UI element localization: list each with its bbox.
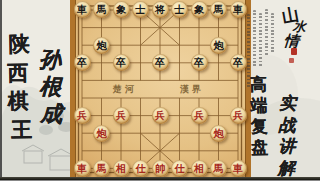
piece-red-soldier[interactable]: 兵 xyxy=(74,107,91,124)
colophon-script xyxy=(253,10,256,68)
board-point[interactable]: 卒 xyxy=(228,54,248,72)
board-point[interactable]: 士 xyxy=(131,1,151,19)
piece-red-advisor[interactable]: 仕 xyxy=(132,160,149,177)
calligraphy-char: 王 xyxy=(11,115,32,144)
board-point[interactable] xyxy=(72,72,92,90)
board-point[interactable]: 車 xyxy=(72,160,92,178)
board-point[interactable]: 炮 xyxy=(209,36,229,54)
piece-red-general[interactable]: 帥 xyxy=(152,160,169,177)
board-point[interactable]: 仕 xyxy=(131,160,151,178)
board-point[interactable] xyxy=(228,89,248,107)
calligraphy-char: 端 xyxy=(250,95,267,116)
board-point[interactable] xyxy=(131,36,151,54)
piece-black-chariot[interactable]: 車 xyxy=(74,1,91,18)
board-point[interactable]: 相 xyxy=(111,160,131,178)
board-point[interactable] xyxy=(150,89,170,107)
board-point[interactable]: 兵 xyxy=(72,107,92,125)
board-point[interactable] xyxy=(170,36,190,54)
colophon-script xyxy=(247,14,250,88)
calligraphy-char: 根 xyxy=(39,73,62,101)
calligraphy-char: 战 xyxy=(279,114,296,136)
board-point[interactable]: 炮 xyxy=(92,124,112,142)
board-point[interactable] xyxy=(228,142,248,160)
board-point[interactable] xyxy=(111,36,131,54)
piece-black-elephant[interactable]: 象 xyxy=(113,1,130,18)
board-point[interactable] xyxy=(228,124,248,142)
board-point[interactable] xyxy=(150,19,170,37)
board-point[interactable]: 車 xyxy=(228,160,248,178)
board-point[interactable] xyxy=(170,107,190,125)
board-point[interactable] xyxy=(209,107,229,125)
board-point[interactable] xyxy=(131,54,151,72)
board-point[interactable] xyxy=(111,124,131,142)
piece-red-soldier[interactable]: 兵 xyxy=(191,107,208,124)
right-text-practical-commentary: 实战讲解 xyxy=(276,93,297,179)
thumbnail: 楚河 漢界 車馬象士将士象馬車炮炮卒卒卒卒卒兵兵兵兵兵炮炮車馬相仕帥仕相馬車 陕… xyxy=(0,0,320,180)
board-point[interactable] xyxy=(150,36,170,54)
board-point[interactable] xyxy=(170,142,190,160)
board-point[interactable] xyxy=(170,54,190,72)
board-point[interactable] xyxy=(189,72,209,90)
board-point[interactable] xyxy=(150,72,170,90)
board-point[interactable]: 馬 xyxy=(209,160,229,178)
board-point[interactable] xyxy=(131,142,151,160)
board-point[interactable]: 炮 xyxy=(92,36,112,54)
board-point[interactable] xyxy=(72,124,92,142)
piece-red-soldier[interactable]: 兵 xyxy=(152,107,169,124)
right-text-highend-review: 高端复盘 xyxy=(248,74,269,158)
red-seal-stamp-small xyxy=(289,58,294,63)
piece-black-general[interactable]: 将 xyxy=(152,1,169,18)
calligraphy-char: 陕 xyxy=(9,30,30,59)
piece-black-soldier[interactable]: 卒 xyxy=(113,54,130,71)
board-point[interactable]: 卒 xyxy=(189,54,209,72)
board-point[interactable] xyxy=(209,89,229,107)
board-point[interactable] xyxy=(92,142,112,160)
board-point[interactable]: 卒 xyxy=(150,54,170,72)
piece-black-horse[interactable]: 馬 xyxy=(210,1,227,18)
piece-black-cannon[interactable]: 炮 xyxy=(210,37,227,54)
piece-black-advisor[interactable]: 士 xyxy=(171,1,188,18)
board-point[interactable] xyxy=(92,89,112,107)
calligraphy-char: 实 xyxy=(279,93,296,115)
colophon-script xyxy=(271,13,274,53)
board-point[interactable] xyxy=(189,19,209,37)
red-seal-stamp xyxy=(291,48,297,55)
board-point[interactable]: 車 xyxy=(228,1,248,19)
board-point[interactable]: 馬 xyxy=(92,160,112,178)
board-point[interactable] xyxy=(150,124,170,142)
calligraphy-char: 成 xyxy=(40,100,63,128)
board-point[interactable] xyxy=(131,124,151,142)
board-point[interactable]: 兵 xyxy=(228,107,248,125)
board-point[interactable] xyxy=(92,54,112,72)
board-point[interactable] xyxy=(189,89,209,107)
calligraphy-char: 棋 xyxy=(8,87,29,116)
board-point[interactable] xyxy=(111,19,131,37)
calligraphy-char: 复 xyxy=(251,116,268,137)
board-point[interactable] xyxy=(170,19,190,37)
piece-black-soldier[interactable]: 卒 xyxy=(74,54,91,71)
board-point[interactable]: 仕 xyxy=(170,160,190,178)
left-title-shaanxi-chess-king: 陕西棋王 xyxy=(4,30,32,144)
board-point[interactable] xyxy=(111,142,131,160)
piece-black-chariot[interactable]: 車 xyxy=(230,1,247,18)
board-point[interactable] xyxy=(209,72,229,90)
colophon-script xyxy=(259,13,262,67)
board-point[interactable]: 相 xyxy=(189,160,209,178)
board-point[interactable] xyxy=(228,19,248,37)
board-point[interactable] xyxy=(228,36,248,54)
board-grid: 車馬象士将士象馬車炮炮卒卒卒卒卒兵兵兵兵兵炮炮車馬相仕帥仕相馬車 xyxy=(72,1,248,177)
piece-red-elephant[interactable]: 相 xyxy=(113,160,130,177)
board-point[interactable]: 車 xyxy=(72,1,92,19)
piece-red-chariot[interactable]: 車 xyxy=(230,160,247,177)
board-point[interactable] xyxy=(189,142,209,160)
piece-red-elephant[interactable]: 相 xyxy=(191,160,208,177)
left-film-edge xyxy=(0,0,2,180)
piece-black-elephant[interactable]: 象 xyxy=(191,1,208,18)
board-point[interactable] xyxy=(111,89,131,107)
board-point[interactable]: 兵 xyxy=(150,107,170,125)
board-point[interactable]: 将 xyxy=(150,1,170,19)
calligraphy-char: 西 xyxy=(7,58,28,87)
piece-black-advisor[interactable]: 士 xyxy=(132,1,149,18)
piece-red-cannon[interactable]: 炮 xyxy=(93,125,110,142)
board-point[interactable] xyxy=(72,142,92,160)
board-point[interactable] xyxy=(228,72,248,90)
piece-black-horse[interactable]: 馬 xyxy=(93,1,110,18)
board-point[interactable] xyxy=(209,142,229,160)
piece-black-soldier[interactable]: 卒 xyxy=(152,54,169,71)
board-point[interactable] xyxy=(170,72,190,90)
calligraphy-char: 孙 xyxy=(38,46,61,74)
piece-black-soldier[interactable]: 卒 xyxy=(230,54,247,71)
board-point[interactable] xyxy=(72,36,92,54)
board-point[interactable]: 帥 xyxy=(150,160,170,178)
board-point[interactable] xyxy=(131,89,151,107)
board-point[interactable]: 象 xyxy=(189,1,209,19)
calligraphy-char: 盘 xyxy=(251,137,268,158)
board-point[interactable]: 馬 xyxy=(209,1,229,19)
piece-red-horse[interactable]: 馬 xyxy=(210,160,227,177)
board-point[interactable] xyxy=(72,89,92,107)
board-point[interactable] xyxy=(150,142,170,160)
board-point[interactable] xyxy=(189,36,209,54)
calligraphy-char: 讲 xyxy=(278,136,295,158)
board-point[interactable] xyxy=(131,19,151,37)
calligraphy-char: 高 xyxy=(250,74,267,95)
board-point[interactable]: 士 xyxy=(170,1,190,19)
bottom-dark-bar xyxy=(0,177,320,181)
board-point[interactable] xyxy=(92,19,112,37)
board-point[interactable]: 馬 xyxy=(92,1,112,19)
piece-black-soldier[interactable]: 卒 xyxy=(191,54,208,71)
piece-red-soldier[interactable]: 兵 xyxy=(230,107,247,124)
piece-red-horse[interactable]: 馬 xyxy=(93,160,110,177)
board-point[interactable] xyxy=(189,124,209,142)
board-point[interactable]: 炮 xyxy=(209,124,229,142)
board-point[interactable]: 卒 xyxy=(72,54,92,72)
piece-red-chariot[interactable]: 車 xyxy=(74,160,91,177)
board-point[interactable] xyxy=(170,124,190,142)
board-point[interactable] xyxy=(111,72,131,90)
piece-black-cannon[interactable]: 炮 xyxy=(93,37,110,54)
board-point[interactable] xyxy=(131,72,151,90)
colophon-script xyxy=(265,9,268,57)
board-point[interactable]: 卒 xyxy=(111,54,131,72)
piece-red-soldier[interactable]: 兵 xyxy=(113,107,130,124)
board-point[interactable]: 象 xyxy=(111,1,131,19)
piece-red-cannon[interactable]: 炮 xyxy=(210,125,227,142)
board-point[interactable]: 兵 xyxy=(189,107,209,125)
piece-red-advisor[interactable]: 仕 xyxy=(171,160,188,177)
board-point[interactable] xyxy=(92,107,112,125)
board-point[interactable]: 兵 xyxy=(111,107,131,125)
board-point[interactable] xyxy=(131,107,151,125)
board-point[interactable] xyxy=(170,89,190,107)
left-player-name: 孙根成 xyxy=(35,46,64,128)
board-point[interactable] xyxy=(209,54,229,72)
board-point[interactable] xyxy=(209,19,229,37)
board-point[interactable] xyxy=(72,19,92,37)
board-point[interactable] xyxy=(92,72,112,90)
